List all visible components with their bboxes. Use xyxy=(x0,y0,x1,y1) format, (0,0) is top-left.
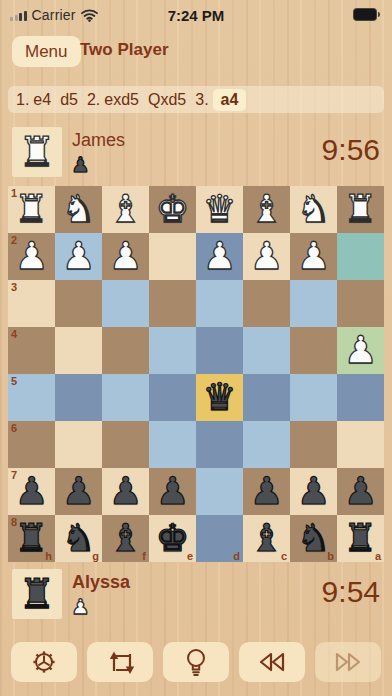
flip-repeat-icon xyxy=(103,645,137,679)
square-g3[interactable] xyxy=(55,280,102,327)
file-label-b: b xyxy=(327,550,334,562)
flip-board-button[interactable] xyxy=(87,642,153,682)
square-h6[interactable]: 6 xyxy=(8,421,55,468)
square-d2[interactable]: ♟ xyxy=(196,233,243,280)
square-a4[interactable]: ♟ xyxy=(337,327,384,374)
black-queen-d5: ♛ xyxy=(196,374,243,421)
white-rook-a1: ♜ xyxy=(337,186,384,233)
move-token: 2. xyxy=(87,91,100,109)
square-b6[interactable] xyxy=(290,421,337,468)
nav-bar: Menu Two Player xyxy=(0,36,392,68)
square-b8[interactable]: ♞b xyxy=(290,515,337,562)
square-g5[interactable] xyxy=(55,374,102,421)
square-f4[interactable] xyxy=(102,327,149,374)
square-a3[interactable] xyxy=(337,280,384,327)
move-token[interactable]: Qxd5 xyxy=(148,91,186,109)
white-pawn-b2: ♟ xyxy=(290,233,337,280)
square-e4[interactable] xyxy=(149,327,196,374)
captured-pieces-white: ♟ xyxy=(71,153,90,177)
black-pawn-a7: ♟ xyxy=(337,468,384,515)
white-bishop-f1: ♝ xyxy=(102,186,149,233)
black-player-avatar: ♜ xyxy=(12,569,62,619)
file-label-c: c xyxy=(281,550,287,562)
square-a6[interactable] xyxy=(337,421,384,468)
square-g8[interactable]: ♞g xyxy=(55,515,102,562)
white-pawn-a4: ♟ xyxy=(337,327,384,374)
black-pawn-c7: ♟ xyxy=(243,468,290,515)
square-c6[interactable] xyxy=(243,421,290,468)
white-pawn-c2: ♟ xyxy=(243,233,290,280)
white-pawn-g2: ♟ xyxy=(55,233,102,280)
square-g1[interactable]: ♞ xyxy=(55,186,102,233)
square-c7[interactable]: ♟ xyxy=(243,468,290,515)
move-list[interactable]: 1.e4d52.exd5Qxd53.a4 xyxy=(8,86,384,113)
battery-icon xyxy=(353,8,380,21)
toolbar xyxy=(0,642,392,682)
square-g4[interactable] xyxy=(55,327,102,374)
square-h7[interactable]: ♟7 xyxy=(8,468,55,515)
file-label-d: d xyxy=(233,550,240,562)
square-h8[interactable]: ♜8h xyxy=(8,515,55,562)
square-d8[interactable]: d xyxy=(196,515,243,562)
fast-forward-icon xyxy=(331,647,365,677)
square-a2[interactable] xyxy=(337,233,384,280)
square-b1[interactable]: ♞ xyxy=(290,186,337,233)
captured-pieces-black: ♟ xyxy=(71,595,90,619)
square-g6[interactable] xyxy=(55,421,102,468)
square-f7[interactable]: ♟ xyxy=(102,468,149,515)
white-knight-b1: ♞ xyxy=(290,186,337,233)
square-f2[interactable]: ♟ xyxy=(102,233,149,280)
black-pawn-f7: ♟ xyxy=(102,468,149,515)
black-rook-avatar-icon: ♜ xyxy=(19,569,56,619)
lightbulb-icon xyxy=(181,646,211,678)
rank-label-5: 5 xyxy=(11,375,17,387)
rank-label-1: 1 xyxy=(11,187,17,199)
square-f6[interactable] xyxy=(102,421,149,468)
rewind-icon xyxy=(255,647,289,677)
file-label-a: a xyxy=(375,550,381,562)
black-pawn-g7: ♟ xyxy=(55,468,102,515)
file-label-h: h xyxy=(45,550,52,562)
square-f5[interactable] xyxy=(102,374,149,421)
square-b4[interactable] xyxy=(290,327,337,374)
square-e5[interactable] xyxy=(149,374,196,421)
square-h5[interactable]: 5 xyxy=(8,374,55,421)
move-token: 3. xyxy=(195,91,208,109)
hint-button[interactable] xyxy=(163,642,229,682)
square-h4[interactable]: 4 xyxy=(8,327,55,374)
square-e3[interactable] xyxy=(149,280,196,327)
square-d1[interactable]: ♛ xyxy=(196,186,243,233)
square-e6[interactable] xyxy=(149,421,196,468)
file-label-g: g xyxy=(92,550,99,562)
captured-white-pawn-icon: ♟ xyxy=(71,595,90,619)
cellular-signal-icon xyxy=(10,10,27,21)
white-rook-avatar-icon: ♜ xyxy=(19,127,56,177)
square-d7[interactable] xyxy=(196,468,243,515)
square-c3[interactable] xyxy=(243,280,290,327)
app-screen: Carrier 7:24 PM Menu Two Player 1.e4d52.… xyxy=(0,0,392,696)
square-c8[interactable]: ♝c xyxy=(243,515,290,562)
rank-label-8: 8 xyxy=(11,516,17,528)
white-player-avatar: ♜ xyxy=(12,127,62,177)
white-pawn-f2: ♟ xyxy=(102,233,149,280)
rank-label-2: 2 xyxy=(11,234,17,246)
square-f1[interactable]: ♝ xyxy=(102,186,149,233)
square-a8[interactable]: ♜a xyxy=(337,515,384,562)
file-label-e: e xyxy=(187,550,193,562)
square-b2[interactable]: ♟ xyxy=(290,233,337,280)
carrier-label: Carrier xyxy=(32,7,76,23)
white-pawn-d2: ♟ xyxy=(196,233,243,280)
square-b7[interactable]: ♟ xyxy=(290,468,337,515)
wifi-icon xyxy=(81,9,98,22)
square-f3[interactable] xyxy=(102,280,149,327)
square-e8[interactable]: ♚e xyxy=(149,515,196,562)
black-pawn-e7: ♟ xyxy=(149,468,196,515)
move-token: 1. xyxy=(16,91,29,109)
player-name-white: James xyxy=(72,130,125,151)
square-d4[interactable] xyxy=(196,327,243,374)
square-c1[interactable]: ♝ xyxy=(243,186,290,233)
square-e7[interactable]: ♟ xyxy=(149,468,196,515)
square-a7[interactable]: ♟ xyxy=(337,468,384,515)
square-f8[interactable]: ♝f xyxy=(102,515,149,562)
captured-black-pawn-icon: ♟ xyxy=(71,153,90,177)
square-c4[interactable] xyxy=(243,327,290,374)
square-g2[interactable]: ♟ xyxy=(55,233,102,280)
white-queen-d1: ♛ xyxy=(196,186,243,233)
square-e1[interactable]: ♚ xyxy=(149,186,196,233)
square-a1[interactable]: ♜ xyxy=(337,186,384,233)
rank-label-7: 7 xyxy=(11,469,17,481)
square-d6[interactable] xyxy=(196,421,243,468)
square-h3[interactable]: 3 xyxy=(8,280,55,327)
settings-button[interactable] xyxy=(11,642,77,682)
rank-label-6: 6 xyxy=(11,422,17,434)
chess-board: ♜1♞♝♚♛♝♞♜♟2♟♟♟♟♟34♟5♛6♟7♟♟♟♟♟♟♜8h♞g♝f♚ed… xyxy=(8,186,384,562)
square-g7[interactable]: ♟ xyxy=(55,468,102,515)
white-clock: 9:56 xyxy=(322,133,380,167)
rank-label-3: 3 xyxy=(11,281,17,293)
rewind-button[interactable] xyxy=(239,642,305,682)
square-c2[interactable]: ♟ xyxy=(243,233,290,280)
square-b3[interactable] xyxy=(290,280,337,327)
square-b5[interactable] xyxy=(290,374,337,421)
page-title: Two Player xyxy=(80,40,169,60)
move-token[interactable]: e4 xyxy=(33,91,51,109)
black-clock: 9:54 xyxy=(322,575,380,609)
square-e2[interactable] xyxy=(149,233,196,280)
white-knight-g1: ♞ xyxy=(55,186,102,233)
square-d5[interactable]: ♛ xyxy=(196,374,243,421)
square-h1[interactable]: ♜1 xyxy=(8,186,55,233)
gear-icon xyxy=(28,646,60,678)
player-row-white: ♜ James ♟ 9:56 xyxy=(0,127,392,181)
file-label-f: f xyxy=(142,550,146,562)
white-bishop-c1: ♝ xyxy=(243,186,290,233)
black-pawn-b7: ♟ xyxy=(290,468,337,515)
player-row-black: ♜ Alyssa ♟ 9:54 xyxy=(0,569,392,623)
square-c5[interactable] xyxy=(243,374,290,421)
white-king-e1: ♚ xyxy=(149,186,196,233)
move-token[interactable]: exd5 xyxy=(104,91,139,109)
status-time: 7:24 PM xyxy=(168,7,225,24)
square-a5[interactable] xyxy=(337,374,384,421)
status-bar: Carrier 7:24 PM xyxy=(0,0,392,30)
rank-label-4: 4 xyxy=(11,328,17,340)
player-name-black: Alyssa xyxy=(72,572,130,593)
square-h2[interactable]: ♟2 xyxy=(8,233,55,280)
menu-button[interactable]: Menu xyxy=(12,36,81,67)
square-d3[interactable] xyxy=(196,280,243,327)
move-token[interactable]: d5 xyxy=(60,91,78,109)
move-token-current[interactable]: a4 xyxy=(213,89,247,111)
fast-forward-button[interactable] xyxy=(315,642,381,682)
